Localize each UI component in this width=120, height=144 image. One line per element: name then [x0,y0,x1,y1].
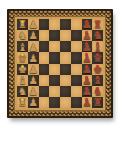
square-g2: ♟ [28,86,39,97]
square-e4 [49,64,60,75]
square-b4 [49,30,60,41]
square-b7: ♟ [82,30,93,41]
square-a2: ♟ [28,19,39,30]
square-e8: ♚ [92,64,103,75]
square-c7: ♟ [82,41,93,52]
square-f6 [71,75,82,86]
square-f3 [39,75,50,86]
square-a5 [60,19,71,30]
square-a8: ♜ [92,19,103,30]
paint-accent-dot [85,42,88,45]
paint-accent-dot [85,31,88,34]
piece-white-bishop: ♝ [17,41,28,52]
paint-accent-dot [85,65,88,68]
square-c5 [60,41,71,52]
square-c2: ♟ [28,41,39,52]
paint-accent-dot [96,65,99,68]
square-a1: ♜ [17,19,28,30]
square-h1: ♜ [17,97,28,108]
piece-white-pawn: ♟ [28,75,39,86]
piece-white-pawn: ♟ [28,30,39,41]
square-c3 [39,41,50,52]
square-g7: ♟ [82,86,93,97]
square-d6 [71,52,82,63]
paint-accent-dot [96,20,99,23]
paint-accent-dot [21,98,24,101]
paint-accent-dot [21,65,24,68]
square-f4 [49,75,60,86]
square-g8: ♞ [92,86,103,97]
piece-white-pawn: ♟ [28,86,39,97]
square-a6 [71,19,82,30]
piece-white-bishop: ♝ [17,75,28,86]
piece-white-pawn: ♟ [28,41,39,52]
chess-board: ♜♟♟♜♞♟♟♞♝♟♟♝♛♟♟♛♚♟♟♚♝♟♟♝♞♟♟♞♜♟♟♜ [7,9,113,118]
square-d8: ♛ [92,52,103,63]
square-b3 [39,30,50,41]
piece-white-pawn: ♟ [28,64,39,75]
square-c1: ♝ [17,41,28,52]
square-d5 [60,52,71,63]
square-h7: ♟ [82,97,93,108]
square-e2: ♟ [28,64,39,75]
square-h6 [71,97,82,108]
square-g5 [60,86,71,97]
square-g4 [49,86,60,97]
square-e5 [60,64,71,75]
square-c4 [49,41,60,52]
square-h4 [49,97,60,108]
paint-accent-dot [96,53,99,56]
piece-white-knight: ♞ [17,86,28,97]
paint-accent-dot [85,87,88,90]
square-a4 [49,19,60,30]
paint-accent-dot [21,53,24,56]
paint-accent-dot [21,20,24,23]
paint-accent-dot [96,87,99,90]
square-f2: ♟ [28,75,39,86]
square-c8: ♝ [92,41,103,52]
paint-accent-dot [85,53,88,56]
piece-white-pawn: ♟ [28,52,39,63]
square-b5 [60,30,71,41]
piece-white-knight: ♞ [17,30,28,41]
board-grid: ♜♟♟♜♞♟♟♞♝♟♟♝♛♟♟♛♚♟♟♚♝♟♟♝♞♟♟♞♜♟♟♜ [17,19,103,108]
square-h8: ♜ [92,97,103,108]
square-a3 [39,19,50,30]
square-f8: ♝ [92,75,103,86]
square-e6 [71,64,82,75]
square-e7: ♟ [82,64,93,75]
square-h3 [39,97,50,108]
paint-accent-dot [96,42,99,45]
square-h5 [60,97,71,108]
paint-accent-dot [85,20,88,23]
paint-accent-dot [96,98,99,101]
square-b6 [71,30,82,41]
square-g1: ♞ [17,86,28,97]
square-c6 [71,41,82,52]
piece-white-pawn: ♟ [28,97,39,108]
square-d2: ♟ [28,52,39,63]
square-f5 [60,75,71,86]
chess-set-photo: ♜♟♟♜♞♟♟♞♝♟♟♝♛♟♟♛♚♟♟♚♝♟♟♝♞♟♟♞♜♟♟♜ [0,0,120,144]
paint-accent-dot [85,76,88,79]
square-g6 [71,86,82,97]
paint-accent-dot [85,98,88,101]
square-b8: ♞ [92,30,103,41]
paint-accent-dot [96,31,99,34]
square-d3 [39,52,50,63]
square-e3 [39,64,50,75]
square-d1: ♛ [17,52,28,63]
square-f7: ♟ [82,75,93,86]
piece-white-pawn: ♟ [28,19,39,30]
paint-accent-dot [96,76,99,79]
square-b2: ♟ [28,30,39,41]
square-f1: ♝ [17,75,28,86]
square-h2: ♟ [28,97,39,108]
square-d7: ♟ [82,52,93,63]
square-d4 [49,52,60,63]
square-b1: ♞ [17,30,28,41]
square-a7: ♟ [82,19,93,30]
square-e1: ♚ [17,64,28,75]
square-g3 [39,86,50,97]
